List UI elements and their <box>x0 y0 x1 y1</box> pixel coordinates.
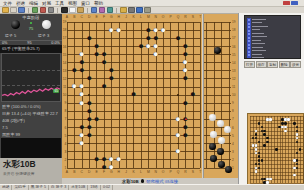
players-header: 中盘阶段 75 提子 5 提子 3 <box>0 14 62 40</box>
secondary-board-strip: 19181716151413121110987654321 <box>203 14 239 178</box>
list-item-text <box>252 43 265 44</box>
coord-letter-top: L <box>138 15 144 19</box>
white-stone <box>255 170 258 173</box>
grid-line <box>204 159 231 160</box>
grid-line <box>204 119 231 120</box>
black-stone: ● <box>138 43 145 50</box>
black-stone: ● <box>108 75 115 82</box>
coord-number-left: 19 <box>62 20 67 24</box>
menu-item[interactable]: 帮助 <box>94 1 103 6</box>
list-item-text <box>252 33 264 34</box>
toolbar-icon[interactable] <box>128 7 135 14</box>
grid-line <box>67 159 200 160</box>
black-stone: ● <box>101 59 108 66</box>
toolbar-icon[interactable] <box>48 7 55 14</box>
black-stone <box>263 130 266 133</box>
white-stone <box>287 118 290 121</box>
status-bar: 就绪第65手黑 提子 5白 提子 3水彩10B19路0:02 <box>0 184 304 190</box>
coord-letter-top: A <box>64 15 70 19</box>
white-stone: ● <box>78 100 85 107</box>
coord-letter-bottom: P <box>168 170 174 174</box>
toolbar-icon[interactable] <box>2 7 9 14</box>
winrate-graph: 65 <box>1 53 61 102</box>
move-info-strip: 65手 (平衡胜率25.7) <box>0 45 62 53</box>
status-segment: 第65手 <box>12 185 28 190</box>
coord-letter-bottom: E <box>94 170 100 174</box>
analysis-text-block: 胜率 (100.0% / 0.0%)目差 13.4 (+4.0) 平稳胜率 22… <box>0 102 62 138</box>
black-stone <box>218 161 225 168</box>
black-stone <box>255 133 258 136</box>
black-stone <box>209 143 216 150</box>
toolbar-icon[interactable] <box>69 7 76 14</box>
coord-number-left: 3 <box>62 150 67 154</box>
black-stone <box>258 141 261 144</box>
menu-item[interactable]: 棋谱 <box>16 1 25 6</box>
black-stone <box>210 155 217 162</box>
analysis-line: 黑胜率 99 <box>2 131 60 138</box>
coord-number-left: 15 <box>62 53 67 57</box>
black-stone <box>275 148 278 151</box>
white-captures-label: 提子 3 <box>38 33 49 38</box>
right-button-row: 打开保存复制删除设置 <box>244 61 301 68</box>
list-item-text <box>252 47 263 48</box>
grid-line <box>67 168 200 169</box>
toolbar-icon[interactable] <box>136 7 143 14</box>
coord-letter-top: C <box>79 15 85 19</box>
coord-letter-top: B <box>71 15 77 19</box>
grid-line <box>204 87 231 88</box>
graph-move-tag: 65 <box>53 89 59 93</box>
coord-letter-bottom: K <box>131 170 137 174</box>
coord-letter-bottom: R <box>182 170 188 174</box>
red-badge-icon <box>283 1 290 5</box>
toolbar-icon[interactable] <box>91 7 98 14</box>
toolbar-separator <box>28 8 29 13</box>
toolbar-icon[interactable] <box>32 7 39 14</box>
window-badges <box>283 1 298 5</box>
coord-letter-bottom: A <box>64 170 70 174</box>
toolbar-separator <box>116 8 117 13</box>
coord-letter-bottom: M <box>145 170 151 174</box>
toolbar-separator <box>57 8 58 13</box>
status-segment: 就绪 <box>0 185 12 190</box>
list-item-icon <box>247 57 251 60</box>
white-stone: ● <box>152 51 159 58</box>
grid-line <box>204 38 231 39</box>
black-stone: ● <box>93 51 100 58</box>
grid-line <box>204 103 231 104</box>
coord-number-left: 17 <box>62 36 67 40</box>
coord-letter-top: N <box>153 15 159 19</box>
black-stone <box>258 122 261 125</box>
white-stone: ● <box>115 156 122 163</box>
toolbar-icon[interactable] <box>144 7 151 14</box>
black-stone <box>263 144 266 147</box>
black-stone: ● <box>86 132 93 139</box>
white-stone: ● <box>115 27 122 34</box>
coord-letter-top: J <box>123 15 129 19</box>
white-stone: ● <box>78 140 85 147</box>
black-stone <box>266 141 269 144</box>
black-stone <box>293 122 296 125</box>
coord-number-left: 16 <box>62 45 67 49</box>
star-point <box>88 94 90 96</box>
coord-number-left: 9 <box>62 101 67 105</box>
black-stone-icon <box>141 179 145 183</box>
panel-button[interactable]: 设置 <box>290 61 301 68</box>
toolbar-icon[interactable] <box>99 7 106 14</box>
coord-letter-bottom: D <box>86 170 92 174</box>
black-stone: ● <box>175 35 182 42</box>
list-item-text <box>252 26 268 27</box>
white-stone: ● <box>175 116 182 123</box>
grid-line <box>204 54 231 55</box>
white-stone <box>217 120 224 127</box>
black-stone <box>217 148 224 155</box>
black-stone: ● <box>86 75 93 82</box>
winrate-line-chart <box>2 54 60 101</box>
white-stone <box>210 131 217 138</box>
toolbar-icon[interactable] <box>120 7 127 14</box>
coord-letter-top: S <box>190 15 196 19</box>
black-stone <box>261 159 264 162</box>
coord-letter-bottom: C <box>79 170 85 174</box>
black-stone: ● <box>101 83 108 90</box>
black-stone: ● <box>101 164 108 171</box>
blue-badge-icon <box>291 1 298 5</box>
black-stone: ● <box>78 67 85 74</box>
star-point <box>88 46 90 48</box>
white-stone <box>255 144 258 147</box>
white-stone <box>224 126 231 133</box>
menu-item[interactable]: 工具 <box>55 1 64 6</box>
coord-letter-top: O <box>160 15 166 19</box>
status-link[interactable]: 研究模式 已连接 <box>146 179 178 184</box>
coord-number-left: 8 <box>62 109 67 113</box>
white-stone <box>255 167 258 170</box>
analysis-line: 7.5 <box>2 124 60 131</box>
coord-letter-top: F <box>101 15 107 19</box>
coord-letter-top: D <box>86 15 92 19</box>
white-stone: ● <box>71 83 78 90</box>
grid-line <box>204 78 231 79</box>
coord-letter-top: K <box>131 15 137 19</box>
black-captures-label: 提子 5 <box>5 33 16 38</box>
list-item-text <box>252 54 262 55</box>
grid-line <box>204 135 231 136</box>
black-stone <box>258 159 261 162</box>
grid-line <box>200 22 201 168</box>
game-stage-label: 中盘阶段 <box>0 15 62 20</box>
coord-number-left: 14 <box>62 61 67 65</box>
move-list-box[interactable] <box>244 15 301 59</box>
list-item-text <box>252 57 264 58</box>
timer-value: 75 <box>0 26 62 31</box>
grid-line <box>163 22 164 168</box>
white-stone <box>269 118 272 121</box>
status-segment <box>113 185 304 190</box>
coord-number-left: 11 <box>62 85 67 89</box>
grid-line <box>204 30 231 31</box>
black-stone <box>258 152 261 155</box>
coord-letter-bottom: J <box>123 170 129 174</box>
white-stone: ● <box>145 43 152 50</box>
coord-number-left: 6 <box>62 126 67 130</box>
coord-number-left: 2 <box>62 158 67 162</box>
black-stone: ● <box>71 67 78 74</box>
toolbar-icon[interactable] <box>18 7 25 14</box>
coord-letter-top: E <box>94 15 100 19</box>
list-item-text <box>252 29 260 30</box>
white-stone <box>209 114 216 121</box>
white-stone: ● <box>175 148 182 155</box>
black-stone: ● <box>182 132 189 139</box>
list-item-text <box>252 36 267 37</box>
menu-item[interactable]: 窗口 <box>81 1 90 6</box>
star-point <box>177 46 179 48</box>
panel-button[interactable]: 复制 <box>267 61 278 68</box>
black-stone <box>284 122 287 125</box>
coord-letter-bottom: S <box>190 170 196 174</box>
black-stone: ● <box>189 91 196 98</box>
white-stone <box>255 130 258 133</box>
status-segment: 0:02 <box>101 185 113 190</box>
coord-letter-bottom: O <box>160 170 166 174</box>
grid-line <box>204 95 231 96</box>
engine-name-bottom: 水彩10B <box>122 179 139 184</box>
panel-button[interactable]: 删除 <box>279 61 290 68</box>
black-stone <box>258 155 261 158</box>
grid-line <box>204 111 231 112</box>
grid-line <box>204 143 231 144</box>
coord-number-left: 5 <box>62 134 67 138</box>
toolbar-icon[interactable] <box>10 7 17 14</box>
go-app-window: 文件棋谱编辑对局工具视图窗口帮助 中盘阶段 75 提子 5 提子 3 0% 95… <box>0 0 304 190</box>
grid-line <box>204 70 231 71</box>
analysis-panel: 中盘阶段 75 提子 5 提子 3 0% 95 0.0% 65手 (平衡胜率25… <box>0 14 62 184</box>
right-panel: 打开保存复制删除设置 <box>238 13 304 184</box>
coord-letter-bottom: N <box>153 170 159 174</box>
coord-letter-top: H <box>116 15 122 19</box>
status-segment: 黑 提子 5 <box>29 185 49 190</box>
white-stone <box>218 137 225 144</box>
menu-item[interactable]: 编辑 <box>29 1 38 6</box>
coord-letter-top: Q <box>175 15 181 19</box>
white-stone: ● <box>108 164 115 171</box>
black-stone: ● <box>130 91 137 98</box>
black-stone <box>263 133 266 136</box>
coord-letter-top: P <box>168 15 174 19</box>
console-box <box>1 138 61 158</box>
white-stone <box>255 148 258 151</box>
white-stone <box>255 152 258 155</box>
white-stone <box>269 178 272 181</box>
white-stone <box>284 130 287 133</box>
main-board[interactable]: AABBCCDDEEFFGGHHJJKKLLMMNNOOPPQQRRSSTT19… <box>62 14 202 178</box>
star-point <box>177 94 179 96</box>
coord-number-left: 13 <box>62 69 67 73</box>
coord-number-left: 1 <box>62 166 67 170</box>
coord-letter-top: G <box>108 15 114 19</box>
grid-line <box>204 62 231 63</box>
hint-text: 未开启 快捷键设置 <box>0 171 62 176</box>
mini-board-thumbnail[interactable] <box>247 113 304 186</box>
coord-letter-top: R <box>182 15 188 19</box>
toolbar-icon[interactable] <box>77 7 84 14</box>
coord-number-left: 10 <box>62 93 67 97</box>
analysis-line: 40B (2秒/手) <box>2 117 60 124</box>
list-item-text <box>252 50 266 51</box>
menu-item[interactable]: 文件 <box>3 1 12 6</box>
list-item-text <box>252 19 266 20</box>
engine-info-block: 水彩10B 未开启 快捷键设置 点击开启自动分析 <box>0 158 62 184</box>
status-segment: 19路 <box>88 185 101 190</box>
coord-letter-top: M <box>145 15 151 19</box>
white-stone: ● <box>160 27 167 34</box>
white-stone: ● <box>175 132 182 139</box>
grid-line <box>170 22 171 168</box>
black-stone <box>225 166 232 173</box>
panel-button[interactable]: 打开 <box>244 61 255 68</box>
toolbar-icon[interactable] <box>61 7 68 14</box>
menu-item[interactable]: 对局 <box>42 1 51 6</box>
coord-number-left: 12 <box>62 77 67 81</box>
toolbar-separator <box>87 8 88 13</box>
menu-bar: 文件棋谱编辑对局工具视图窗口帮助 <box>0 0 304 7</box>
menu-item[interactable]: 视图 <box>68 1 77 6</box>
black-stone <box>258 167 261 170</box>
engine-name-label: 水彩10B <box>0 158 62 171</box>
black-stone: ● <box>182 100 189 107</box>
status-dot-icon <box>30 22 32 24</box>
status-segment: 白 提子 3 <box>49 185 69 190</box>
analysis-line: 胜率 (100.0% / 0.0%) <box>2 103 60 110</box>
white-stone <box>252 144 255 147</box>
coord-number-left: 4 <box>62 142 67 146</box>
black-stone <box>214 47 221 54</box>
analysis-line: 目差 13.4 (+4.0) 平稳胜率 22.7 <box>2 110 60 117</box>
coord-letter-bottom: Q <box>175 170 181 174</box>
coord-number-left: 18 <box>62 28 67 32</box>
coord-letter-bottom: B <box>71 170 77 174</box>
coord-number-left: 7 <box>62 117 67 121</box>
toolbar-icon[interactable] <box>40 7 47 14</box>
black-stone: ● <box>86 35 93 42</box>
list-item-text <box>252 40 261 41</box>
status-segment: 水彩10B <box>69 185 88 190</box>
grid-line <box>204 22 231 23</box>
coord-letter-bottom: H <box>116 170 122 174</box>
black-stone: ● <box>182 75 189 82</box>
black-stone: ● <box>93 116 100 123</box>
toolbar-icon[interactable] <box>107 7 114 14</box>
black-stone: ● <box>93 156 100 163</box>
coord-letter-bottom: L <box>138 170 144 174</box>
list-item-text <box>252 22 262 23</box>
last-move-marker: ▲ <box>184 117 188 121</box>
white-stone: ● <box>108 27 115 34</box>
panel-button[interactable]: 保存 <box>256 61 267 68</box>
